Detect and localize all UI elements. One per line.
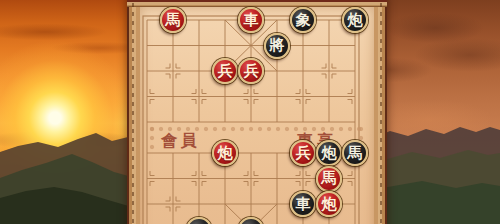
piece-black-cannon[interactable]: 炮 [342,7,368,33]
piece-black-general[interactable]: 將 [264,33,290,59]
frame-stitch-right [380,0,382,224]
background-sunset-left [0,0,140,224]
piece-black-elephant[interactable]: 象 [290,7,316,33]
piece-black-cannon[interactable]: 炮 [316,140,342,166]
mountain-silhouette-left [0,0,140,224]
piece-black-chariot[interactable]: 車 [290,191,316,217]
piece-red-cannon[interactable]: 炮 [212,140,238,166]
piece-red-soldier[interactable]: 兵 [290,140,316,166]
board-frame: 會員 專享 馬車象炮將兵兵炮兵炮馬馬車炮 [127,0,387,224]
piece-red-chariot[interactable]: 車 [238,7,264,33]
piece-red-cannon[interactable]: 炮 [316,191,342,217]
pieces-grid: 馬車象炮將兵兵炮兵炮馬馬車炮 [134,7,368,224]
piece-red-soldier[interactable]: 兵 [212,58,238,84]
board-surface[interactable]: 會員 專享 馬車象炮將兵兵炮兵炮馬馬車炮 [140,7,374,224]
piece-red-horse[interactable]: 馬 [316,166,342,192]
piece-black-unknown[interactable] [186,217,212,224]
xiangqi-game-screen: 會員 專享 馬車象炮將兵兵炮兵炮馬馬車炮 [0,0,500,224]
piece-red-soldier[interactable]: 兵 [238,58,264,84]
piece-black-unknown[interactable] [238,217,264,224]
piece-black-horse[interactable]: 馬 [342,140,368,166]
piece-red-horse[interactable]: 馬 [160,7,186,33]
